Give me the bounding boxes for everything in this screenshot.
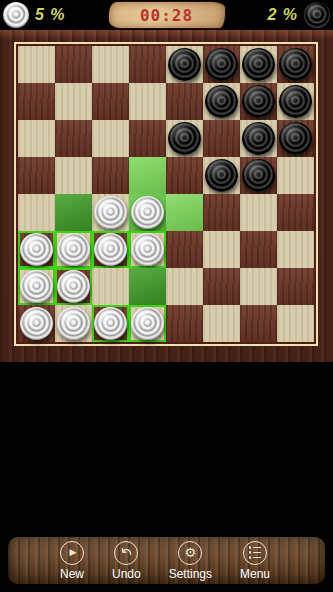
game-timer: 00:28 bbox=[140, 6, 193, 25]
board-square[interactable] bbox=[203, 194, 240, 231]
black-piece[interactable] bbox=[279, 48, 312, 81]
black-piece[interactable] bbox=[242, 159, 275, 192]
board-square[interactable] bbox=[18, 83, 55, 120]
board-square[interactable] bbox=[166, 46, 203, 83]
board-square[interactable] bbox=[277, 231, 314, 268]
play-icon: ▶ bbox=[60, 541, 84, 565]
black-piece[interactable] bbox=[205, 48, 238, 81]
board-square[interactable] bbox=[166, 194, 203, 231]
board-square[interactable] bbox=[92, 157, 129, 194]
board-square[interactable] bbox=[18, 305, 55, 342]
board-square[interactable] bbox=[129, 120, 166, 157]
board-square[interactable] bbox=[240, 83, 277, 120]
board-square[interactable] bbox=[92, 305, 129, 342]
board-square[interactable] bbox=[203, 305, 240, 342]
board-square[interactable] bbox=[166, 83, 203, 120]
board-square[interactable] bbox=[18, 231, 55, 268]
black-piece[interactable] bbox=[168, 122, 201, 155]
board-square[interactable] bbox=[55, 83, 92, 120]
board[interactable] bbox=[18, 46, 314, 342]
white-piece[interactable] bbox=[94, 233, 127, 266]
board-square[interactable] bbox=[129, 157, 166, 194]
board-square[interactable] bbox=[92, 231, 129, 268]
white-piece[interactable] bbox=[94, 196, 127, 229]
white-piece[interactable] bbox=[20, 233, 53, 266]
board-square[interactable] bbox=[55, 46, 92, 83]
white-checker-icon bbox=[3, 2, 29, 28]
board-square[interactable] bbox=[277, 157, 314, 194]
app-screen: 5 % 00:28 2 % ▶ New Undo bbox=[0, 0, 333, 592]
white-piece[interactable] bbox=[57, 233, 90, 266]
menu-list-icon bbox=[243, 541, 267, 565]
board-square[interactable] bbox=[203, 268, 240, 305]
undo-button[interactable]: Undo bbox=[112, 541, 141, 581]
board-square[interactable] bbox=[18, 268, 55, 305]
black-piece[interactable] bbox=[242, 48, 275, 81]
undo-icon bbox=[114, 541, 138, 565]
board-square[interactable] bbox=[129, 194, 166, 231]
board-square[interactable] bbox=[92, 268, 129, 305]
board-square[interactable] bbox=[55, 120, 92, 157]
white-piece[interactable] bbox=[94, 307, 127, 340]
board-square[interactable] bbox=[166, 120, 203, 157]
board-square[interactable] bbox=[203, 46, 240, 83]
board-square[interactable] bbox=[203, 120, 240, 157]
white-piece[interactable] bbox=[131, 196, 164, 229]
board-square[interactable] bbox=[92, 83, 129, 120]
board-square[interactable] bbox=[92, 194, 129, 231]
board-square[interactable] bbox=[277, 194, 314, 231]
black-piece[interactable] bbox=[279, 122, 312, 155]
menu-button[interactable]: Menu bbox=[240, 541, 270, 581]
new-game-button[interactable]: ▶ New bbox=[60, 541, 84, 581]
white-piece[interactable] bbox=[131, 307, 164, 340]
gear-icon: ⚙ bbox=[178, 541, 202, 565]
board-square[interactable] bbox=[203, 83, 240, 120]
board-square[interactable] bbox=[277, 83, 314, 120]
black-piece[interactable] bbox=[168, 48, 201, 81]
status-bar: 5 % 00:28 2 % bbox=[0, 0, 333, 30]
board-square[interactable] bbox=[240, 305, 277, 342]
white-piece[interactable] bbox=[20, 270, 53, 303]
background-gap bbox=[0, 362, 333, 537]
black-piece[interactable] bbox=[205, 85, 238, 118]
white-piece[interactable] bbox=[20, 307, 53, 340]
board-square[interactable] bbox=[55, 231, 92, 268]
white-player-score: 5 % bbox=[35, 6, 66, 24]
black-checker-icon bbox=[304, 2, 330, 28]
settings-button[interactable]: ⚙ Settings bbox=[169, 541, 212, 581]
board-square[interactable] bbox=[18, 157, 55, 194]
white-piece[interactable] bbox=[57, 270, 90, 303]
board-square[interactable] bbox=[277, 305, 314, 342]
black-piece[interactable] bbox=[242, 122, 275, 155]
board-square[interactable] bbox=[55, 157, 92, 194]
board-square[interactable] bbox=[166, 157, 203, 194]
timer-plaque: 00:28 bbox=[109, 2, 225, 28]
black-player-status: 2 % bbox=[267, 2, 330, 28]
white-player-status: 5 % bbox=[3, 2, 66, 28]
board-square[interactable] bbox=[55, 305, 92, 342]
board-square[interactable] bbox=[166, 231, 203, 268]
board-square[interactable] bbox=[277, 46, 314, 83]
board-frame bbox=[14, 42, 318, 346]
board-square[interactable] bbox=[18, 194, 55, 231]
bottom-toolbar: ▶ New Undo ⚙ Settings Menu bbox=[8, 537, 325, 584]
new-button-label: New bbox=[60, 567, 84, 581]
board-square[interactable] bbox=[129, 268, 166, 305]
board-square[interactable] bbox=[240, 120, 277, 157]
board-square[interactable] bbox=[277, 268, 314, 305]
white-piece[interactable] bbox=[57, 307, 90, 340]
board-square[interactable] bbox=[240, 194, 277, 231]
board-square[interactable] bbox=[240, 46, 277, 83]
board-square[interactable] bbox=[92, 46, 129, 83]
board-square[interactable] bbox=[18, 46, 55, 83]
board-square[interactable] bbox=[240, 268, 277, 305]
board-square[interactable] bbox=[55, 194, 92, 231]
board-square[interactable] bbox=[240, 231, 277, 268]
board-square[interactable] bbox=[129, 46, 166, 83]
board-square[interactable] bbox=[129, 305, 166, 342]
board-square[interactable] bbox=[129, 231, 166, 268]
board-square[interactable] bbox=[129, 83, 166, 120]
board-square[interactable] bbox=[240, 157, 277, 194]
black-player-score: 2 % bbox=[267, 6, 298, 24]
board-surround-wood bbox=[0, 30, 333, 362]
black-piece[interactable] bbox=[242, 85, 275, 118]
board-square[interactable] bbox=[203, 157, 240, 194]
white-piece[interactable] bbox=[131, 233, 164, 266]
board-square[interactable] bbox=[166, 268, 203, 305]
menu-button-label: Menu bbox=[240, 567, 270, 581]
board-square[interactable] bbox=[277, 120, 314, 157]
board-square[interactable] bbox=[92, 120, 129, 157]
board-square[interactable] bbox=[166, 305, 203, 342]
settings-button-label: Settings bbox=[169, 567, 212, 581]
black-piece[interactable] bbox=[205, 159, 238, 192]
board-square[interactable] bbox=[18, 120, 55, 157]
undo-button-label: Undo bbox=[112, 567, 141, 581]
board-square[interactable] bbox=[203, 231, 240, 268]
black-piece[interactable] bbox=[279, 85, 312, 118]
board-square[interactable] bbox=[55, 268, 92, 305]
